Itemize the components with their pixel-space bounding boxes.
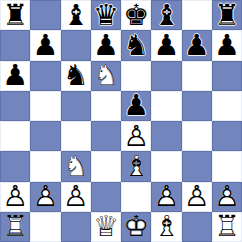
piece-white-pawn[interactable]: ♙ xyxy=(30,182,60,212)
piece-white-knight[interactable]: ♘ xyxy=(91,61,121,91)
piece-black-rook[interactable]: ♜ xyxy=(212,0,242,30)
square-g4[interactable] xyxy=(182,121,212,151)
square-a7[interactable] xyxy=(0,30,30,60)
piece-black-king[interactable]: ♚ xyxy=(121,0,151,30)
square-d4[interactable] xyxy=(91,121,121,151)
square-c7[interactable] xyxy=(61,30,91,60)
square-b7[interactable]: ♟ xyxy=(30,30,60,60)
piece-white-knight[interactable]: ♘ xyxy=(61,151,91,181)
piece-black-pawn[interactable]: ♟ xyxy=(151,30,181,60)
piece-white-queen[interactable]: ♕ xyxy=(91,212,121,242)
piece-white-pawn[interactable]: ♙ xyxy=(151,182,181,212)
square-f6[interactable] xyxy=(151,61,181,91)
square-g5[interactable] xyxy=(182,91,212,121)
square-e2[interactable] xyxy=(121,182,151,212)
piece-black-queen[interactable]: ♛ xyxy=(91,0,121,30)
square-e6[interactable] xyxy=(121,61,151,91)
piece-black-bishop[interactable]: ♝ xyxy=(151,0,181,30)
square-b8[interactable] xyxy=(30,0,60,30)
piece-white-pawn-fill: ♟ xyxy=(61,182,91,212)
piece-white-pawn-fill: ♟ xyxy=(212,182,242,212)
square-d1[interactable]: ♛♕ xyxy=(91,212,121,242)
piece-white-pawn[interactable]: ♙ xyxy=(0,182,30,212)
piece-black-knight[interactable]: ♞ xyxy=(121,30,151,60)
piece-black-pawn[interactable]: ♟ xyxy=(0,61,30,91)
square-h1[interactable]: ♜♖ xyxy=(212,212,242,242)
square-b2[interactable]: ♟♙ xyxy=(30,182,60,212)
square-g8[interactable] xyxy=(182,0,212,30)
square-b4[interactable] xyxy=(30,121,60,151)
piece-white-bishop[interactable]: ♗ xyxy=(151,212,181,242)
square-f7[interactable]: ♟ xyxy=(151,30,181,60)
piece-white-rook[interactable]: ♖ xyxy=(0,212,30,242)
square-c5[interactable] xyxy=(61,91,91,121)
square-e4[interactable]: ♟♙ xyxy=(121,121,151,151)
square-a5[interactable] xyxy=(0,91,30,121)
square-d3[interactable] xyxy=(91,151,121,181)
square-h5[interactable] xyxy=(212,91,242,121)
square-g7[interactable]: ♟ xyxy=(182,30,212,60)
piece-white-pawn-fill: ♟ xyxy=(121,121,151,151)
square-a4[interactable] xyxy=(0,121,30,151)
piece-black-rook[interactable]: ♜ xyxy=(0,0,30,30)
square-f2[interactable]: ♟♙ xyxy=(151,182,181,212)
square-b5[interactable] xyxy=(30,91,60,121)
piece-black-pawn[interactable]: ♟ xyxy=(30,30,60,60)
square-g6[interactable] xyxy=(182,61,212,91)
piece-white-queen-fill: ♛ xyxy=(91,212,121,242)
square-d8[interactable]: ♛ xyxy=(91,0,121,30)
square-d7[interactable]: ♟ xyxy=(91,30,121,60)
square-a2[interactable]: ♟♙ xyxy=(0,182,30,212)
piece-white-bishop[interactable]: ♗ xyxy=(121,151,151,181)
square-d5[interactable] xyxy=(91,91,121,121)
square-d2[interactable] xyxy=(91,182,121,212)
piece-white-king[interactable]: ♔ xyxy=(121,212,151,242)
piece-black-pawn[interactable]: ♟ xyxy=(212,30,242,60)
square-g1[interactable] xyxy=(182,212,212,242)
piece-white-pawn-fill: ♟ xyxy=(0,182,30,212)
piece-white-knight-fill: ♞ xyxy=(61,151,91,181)
square-b3[interactable] xyxy=(30,151,60,181)
square-c3[interactable]: ♞♘ xyxy=(61,151,91,181)
square-e7[interactable]: ♞ xyxy=(121,30,151,60)
piece-white-pawn[interactable]: ♙ xyxy=(182,182,212,212)
square-a6[interactable]: ♟ xyxy=(0,61,30,91)
square-h3[interactable] xyxy=(212,151,242,181)
chess-board: ♜♝♛♚♝♜♟♟♞♟♟♟♟♞♞♘♟♟♙♞♘♝♗♟♙♟♙♟♙♟♙♟♙♟♙♜♖♛♕♚… xyxy=(0,0,242,242)
piece-white-pawn-fill: ♟ xyxy=(151,182,181,212)
square-d6[interactable]: ♞♘ xyxy=(91,61,121,91)
square-f3[interactable] xyxy=(151,151,181,181)
square-g2[interactable]: ♟♙ xyxy=(182,182,212,212)
square-h7[interactable]: ♟ xyxy=(212,30,242,60)
piece-black-pawn[interactable]: ♟ xyxy=(121,91,151,121)
piece-black-knight[interactable]: ♞ xyxy=(61,61,91,91)
square-c2[interactable]: ♟♙ xyxy=(61,182,91,212)
square-c4[interactable] xyxy=(61,121,91,151)
piece-white-king-fill: ♚ xyxy=(121,212,151,242)
square-e5[interactable]: ♟ xyxy=(121,91,151,121)
square-f5[interactable] xyxy=(151,91,181,121)
square-h2[interactable]: ♟♙ xyxy=(212,182,242,212)
square-g3[interactable] xyxy=(182,151,212,181)
square-f1[interactable]: ♝♗ xyxy=(151,212,181,242)
piece-white-pawn-fill: ♟ xyxy=(30,182,60,212)
piece-white-bishop-fill: ♝ xyxy=(121,151,151,181)
piece-white-rook-fill: ♜ xyxy=(0,212,30,242)
piece-white-rook[interactable]: ♖ xyxy=(212,212,242,242)
piece-white-bishop-fill: ♝ xyxy=(151,212,181,242)
square-b6[interactable] xyxy=(30,61,60,91)
piece-black-bishop[interactable]: ♝ xyxy=(61,0,91,30)
piece-white-rook-fill: ♜ xyxy=(212,212,242,242)
piece-black-pawn[interactable]: ♟ xyxy=(182,30,212,60)
square-h8[interactable]: ♜ xyxy=(212,0,242,30)
square-e1[interactable]: ♚♔ xyxy=(121,212,151,242)
piece-white-pawn-fill: ♟ xyxy=(182,182,212,212)
square-a8[interactable]: ♜ xyxy=(0,0,30,30)
piece-white-knight-fill: ♞ xyxy=(91,61,121,91)
square-c6[interactable]: ♞ xyxy=(61,61,91,91)
square-a1[interactable]: ♜♖ xyxy=(0,212,30,242)
square-c1[interactable] xyxy=(61,212,91,242)
square-h6[interactable] xyxy=(212,61,242,91)
square-h4[interactable] xyxy=(212,121,242,151)
square-a3[interactable] xyxy=(0,151,30,181)
square-e3[interactable]: ♝♗ xyxy=(121,151,151,181)
piece-black-pawn[interactable]: ♟ xyxy=(91,30,121,60)
square-f8[interactable]: ♝ xyxy=(151,0,181,30)
piece-white-pawn[interactable]: ♙ xyxy=(121,121,151,151)
square-e8[interactable]: ♚ xyxy=(121,0,151,30)
square-f4[interactable] xyxy=(151,121,181,151)
square-b1[interactable] xyxy=(30,212,60,242)
piece-white-pawn[interactable]: ♙ xyxy=(61,182,91,212)
piece-white-pawn[interactable]: ♙ xyxy=(212,182,242,212)
square-c8[interactable]: ♝ xyxy=(61,0,91,30)
